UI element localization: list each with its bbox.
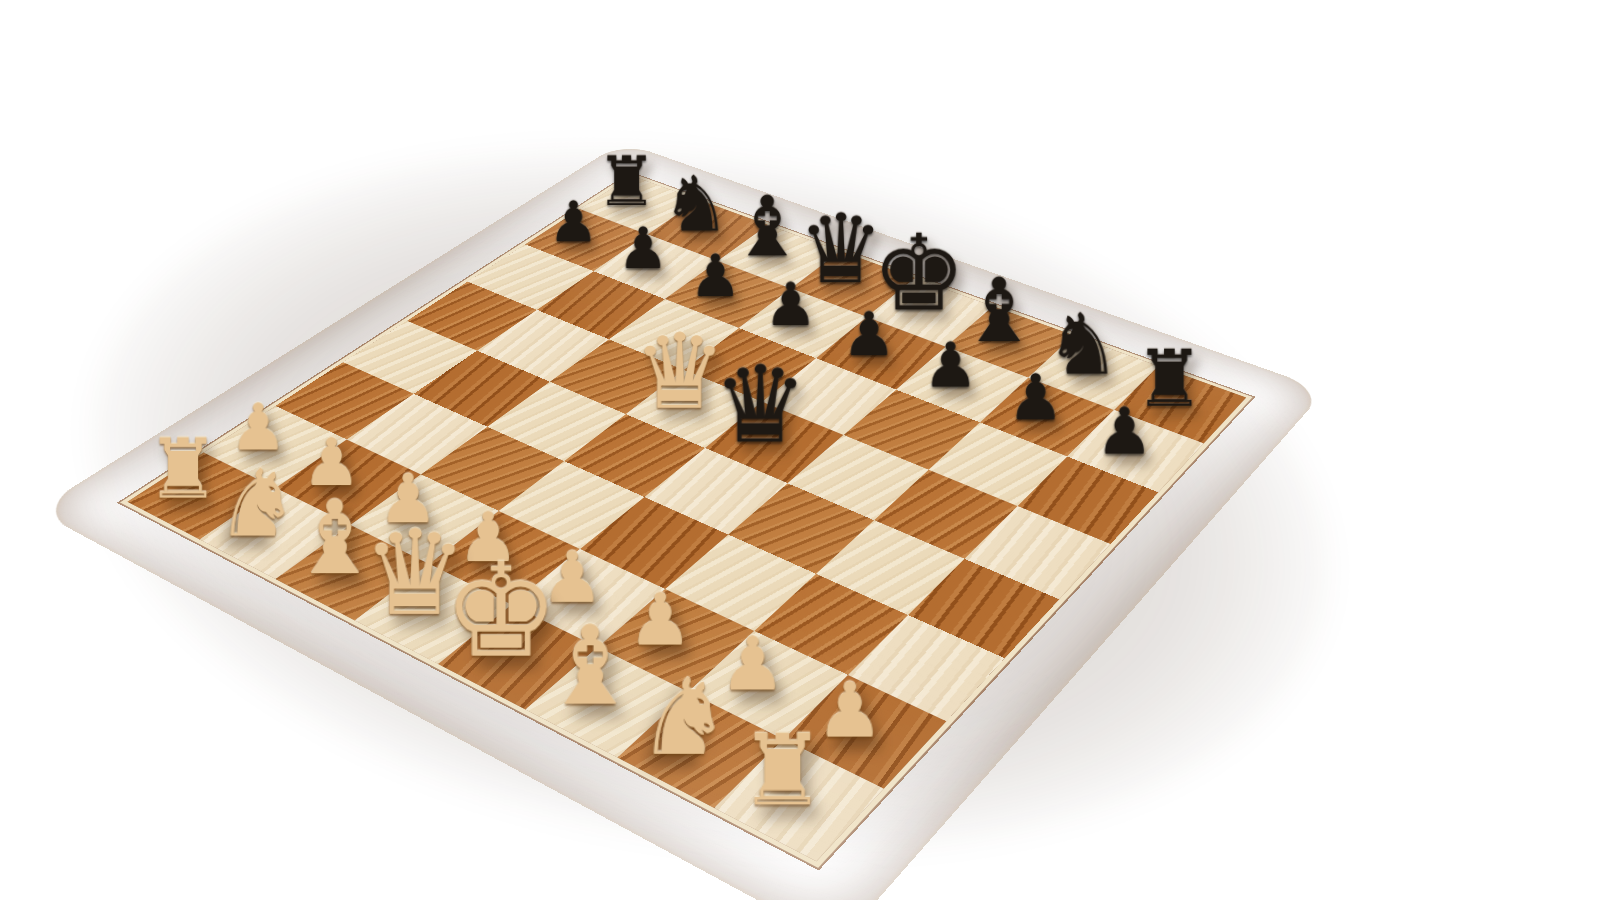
black-rook-h8: ♜ <box>1135 344 1205 414</box>
white-rook-a1: ♜ <box>146 432 220 507</box>
product-photo-stage: ♜♞♝♛♚♝♞♜♟♟♟♟♟♟♟♟♛♛♟♟♟♟♟♟♟♟♜♞♝♛♚♝♞♜ <box>0 0 1600 900</box>
square-a5 <box>407 282 537 351</box>
white-pawn-d2: ♟ <box>457 508 519 570</box>
square-c3 <box>421 427 564 511</box>
white-pawn-a2: ♟ <box>229 399 287 457</box>
black-rook-a8: ♜ <box>596 151 657 212</box>
square-e3 <box>580 497 728 589</box>
